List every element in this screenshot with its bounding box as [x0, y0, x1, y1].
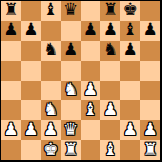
square-a3[interactable] — [1, 100, 21, 120]
chess-board-frame: ♜♝♛♜♚♟♟♟♟♝♟♞♟♞♟♞♟♞♝♟♟♟♟♛♟♟♚♜♝♜ — [0, 0, 162, 162]
square-f6[interactable]: ♞ — [100, 41, 120, 61]
piece-white-king: ♚ — [43, 141, 58, 158]
piece-white-bishop: ♝ — [83, 101, 98, 118]
square-g7[interactable]: ♝ — [120, 21, 140, 41]
square-f2[interactable] — [100, 120, 120, 140]
square-f5[interactable] — [100, 61, 120, 81]
square-g8[interactable]: ♚ — [120, 1, 140, 21]
square-c1[interactable]: ♚ — [41, 140, 61, 160]
square-c4[interactable] — [41, 81, 61, 101]
square-a5[interactable] — [1, 61, 21, 81]
square-c2[interactable]: ♟ — [41, 120, 61, 140]
piece-black-knight: ♞ — [43, 41, 58, 58]
square-a1[interactable] — [1, 140, 21, 160]
square-e8[interactable] — [81, 1, 101, 21]
piece-white-bishop: ♝ — [103, 141, 118, 158]
chess-board: ♜♝♛♜♚♟♟♟♟♝♟♞♟♞♟♞♟♞♝♟♟♟♟♛♟♟♚♜♝♜ — [1, 1, 160, 160]
piece-black-rook: ♜ — [3, 1, 18, 18]
square-a2[interactable]: ♟ — [1, 120, 21, 140]
square-b4[interactable] — [21, 81, 41, 101]
piece-white-pawn: ♟ — [3, 121, 18, 138]
square-a8[interactable]: ♜ — [1, 1, 21, 21]
square-c6[interactable]: ♞ — [41, 41, 61, 61]
piece-black-rook: ♜ — [103, 1, 118, 18]
square-c5[interactable] — [41, 61, 61, 81]
square-e7[interactable]: ♟ — [81, 21, 101, 41]
piece-white-rook: ♜ — [63, 141, 78, 158]
square-f8[interactable]: ♜ — [100, 1, 120, 21]
square-g6[interactable]: ♟ — [120, 41, 140, 61]
square-a4[interactable] — [1, 81, 21, 101]
square-b1[interactable] — [21, 140, 41, 160]
square-h2[interactable]: ♟ — [140, 120, 160, 140]
square-g5[interactable] — [120, 61, 140, 81]
piece-black-knight: ♞ — [103, 41, 118, 58]
square-b7[interactable]: ♟ — [21, 21, 41, 41]
square-f1[interactable]: ♝ — [100, 140, 120, 160]
piece-black-bishop: ♝ — [43, 1, 58, 18]
square-e2[interactable] — [81, 120, 101, 140]
square-a6[interactable] — [1, 41, 21, 61]
square-b5[interactable] — [21, 61, 41, 81]
piece-white-knight: ♞ — [63, 81, 78, 98]
square-g1[interactable] — [120, 140, 140, 160]
square-h6[interactable] — [140, 41, 160, 61]
square-d2[interactable]: ♛ — [61, 120, 81, 140]
square-b3[interactable] — [21, 100, 41, 120]
square-d4[interactable]: ♞ — [61, 81, 81, 101]
piece-white-rook: ♜ — [142, 141, 157, 158]
square-d8[interactable]: ♛ — [61, 1, 81, 21]
piece-white-pawn: ♟ — [43, 121, 58, 138]
square-a7[interactable]: ♟ — [1, 21, 21, 41]
square-g4[interactable] — [120, 81, 140, 101]
square-e3[interactable]: ♝ — [81, 100, 101, 120]
piece-black-pawn: ♟ — [83, 21, 98, 38]
piece-white-pawn: ♟ — [23, 121, 38, 138]
square-d5[interactable] — [61, 61, 81, 81]
piece-white-pawn: ♟ — [103, 101, 118, 118]
square-c3[interactable]: ♞ — [41, 100, 61, 120]
square-c7[interactable] — [41, 21, 61, 41]
piece-white-pawn: ♟ — [142, 121, 157, 138]
square-h1[interactable]: ♜ — [140, 140, 160, 160]
piece-black-bishop: ♝ — [123, 21, 138, 38]
square-d1[interactable]: ♜ — [61, 140, 81, 160]
piece-white-queen: ♛ — [63, 121, 78, 138]
piece-white-knight: ♞ — [43, 101, 58, 118]
square-d3[interactable] — [61, 100, 81, 120]
square-g2[interactable]: ♟ — [120, 120, 140, 140]
square-g3[interactable] — [120, 100, 140, 120]
square-f7[interactable]: ♟ — [100, 21, 120, 41]
piece-black-pawn: ♟ — [3, 21, 18, 38]
square-h8[interactable] — [140, 1, 160, 21]
square-b8[interactable] — [21, 1, 41, 21]
piece-black-pawn: ♟ — [142, 21, 157, 38]
square-d6[interactable]: ♟ — [61, 41, 81, 61]
piece-black-queen: ♛ — [63, 1, 78, 18]
square-d7[interactable] — [61, 21, 81, 41]
square-f3[interactable]: ♟ — [100, 100, 120, 120]
piece-black-pawn: ♟ — [123, 41, 138, 58]
square-b6[interactable] — [21, 41, 41, 61]
piece-black-pawn: ♟ — [63, 41, 78, 58]
square-e4[interactable]: ♟ — [81, 81, 101, 101]
piece-black-pawn: ♟ — [23, 21, 38, 38]
square-h4[interactable] — [140, 81, 160, 101]
square-h3[interactable] — [140, 100, 160, 120]
square-e5[interactable] — [81, 61, 101, 81]
square-e6[interactable] — [81, 41, 101, 61]
piece-white-pawn: ♟ — [123, 121, 138, 138]
piece-black-pawn: ♟ — [103, 21, 118, 38]
piece-white-pawn: ♟ — [83, 81, 98, 98]
square-b2[interactable]: ♟ — [21, 120, 41, 140]
square-h5[interactable] — [140, 61, 160, 81]
piece-black-king: ♚ — [123, 1, 138, 18]
square-f4[interactable] — [100, 81, 120, 101]
square-e1[interactable] — [81, 140, 101, 160]
square-c8[interactable]: ♝ — [41, 1, 61, 21]
square-h7[interactable]: ♟ — [140, 21, 160, 41]
